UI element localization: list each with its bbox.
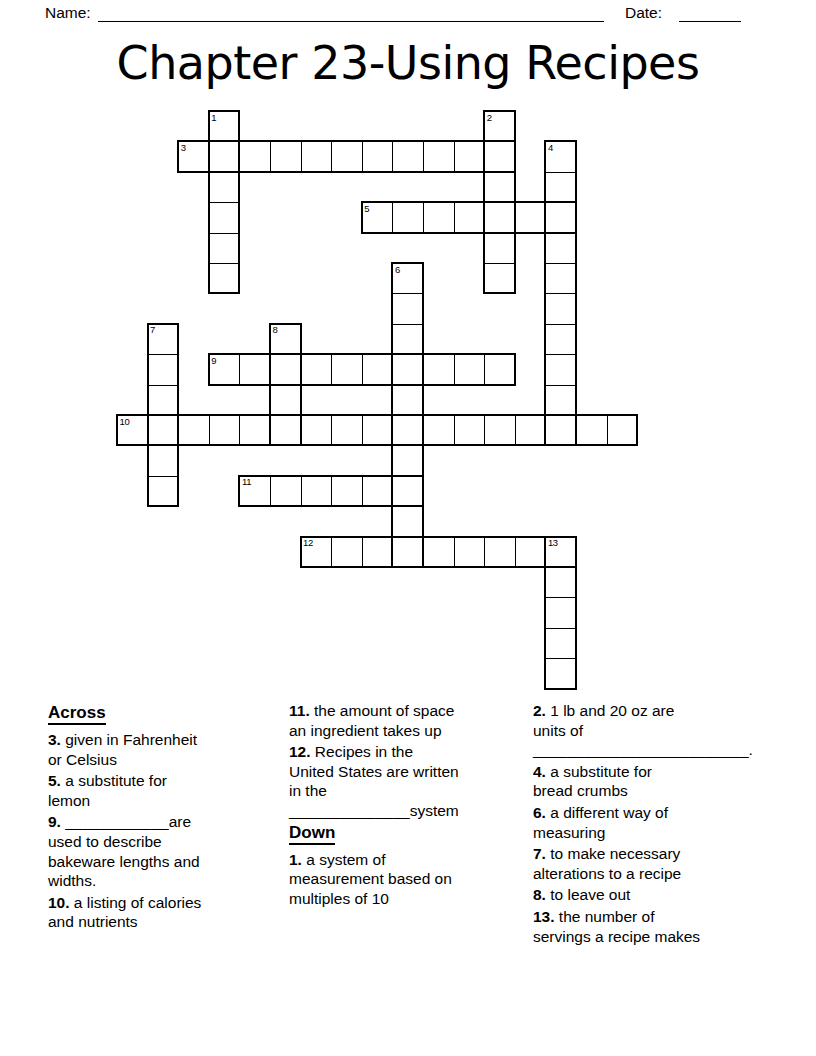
cell-number-12: 12 <box>303 538 313 548</box>
cell-divider <box>239 355 240 383</box>
word-3-across <box>177 140 516 172</box>
cell-divider <box>149 476 178 477</box>
cell-divider <box>546 658 575 659</box>
cell-divider <box>270 355 271 383</box>
cell-divider <box>209 416 210 444</box>
cell-divider <box>149 354 178 355</box>
word-11-across <box>238 475 424 507</box>
cell-divider <box>576 416 577 444</box>
clue-down-2: 2. 1 lb and 20 oz are units of _________… <box>533 701 765 760</box>
clue-across-10: 10. a listing of calories and nutrients <box>48 893 268 932</box>
cell-number-8: 8 <box>273 325 278 335</box>
cell-divider <box>546 628 575 629</box>
cell-number-7: 7 <box>150 325 155 335</box>
word-12-across <box>300 536 577 568</box>
cell-divider <box>423 538 424 566</box>
cell-divider <box>301 416 302 444</box>
cell-number-13: 13 <box>548 538 558 548</box>
clue-across-11: 11. the amount of space an ingredient ta… <box>289 701 535 740</box>
cell-divider <box>545 203 546 231</box>
clue-column-1: Across3. given in Fahrenheit or Celsius5… <box>48 701 268 934</box>
cell-divider <box>178 416 179 444</box>
clue-across-3: 3. given in Fahrenheit or Celsius <box>48 730 268 769</box>
worksheet-page: Name: Date: Chapter 23-Using Recipes 123… <box>0 0 816 1056</box>
clue-down-4: 4. a substitute for bread crumbs <box>533 762 765 801</box>
clue-down-1: 1. a system of measurement based on mult… <box>289 850 535 909</box>
clue-number: 7. <box>533 845 546 862</box>
clue-across-5: 5. a substitute for lemon <box>48 771 268 810</box>
clue-across-9: 9. ____________are used to describe bake… <box>48 812 268 890</box>
cell-number-10: 10 <box>120 417 130 427</box>
cell-number-6: 6 <box>395 265 400 275</box>
cell-divider <box>392 416 393 444</box>
cell-divider <box>331 477 332 505</box>
cell-divider <box>362 538 363 566</box>
clue-number: 3. <box>48 731 61 748</box>
cell-divider <box>209 142 210 170</box>
cell-divider <box>270 477 271 505</box>
word-13-down <box>544 536 577 690</box>
cell-divider <box>484 203 485 231</box>
down-heading-text: Down <box>289 823 335 845</box>
cell-divider <box>331 142 332 170</box>
cell-number-3: 3 <box>181 143 186 153</box>
cell-divider <box>239 142 240 170</box>
cell-divider <box>454 538 455 566</box>
cell-divider <box>454 416 455 444</box>
clue-number: 11. <box>289 702 310 719</box>
cell-divider <box>331 538 332 566</box>
word-4-down <box>544 140 577 446</box>
word-9-across <box>208 353 516 385</box>
cell-divider <box>301 477 302 505</box>
cell-divider <box>546 385 575 386</box>
cell-divider <box>392 355 393 383</box>
word-1-down <box>208 110 241 294</box>
cell-divider <box>515 203 516 231</box>
cell-divider <box>423 142 424 170</box>
cell-divider <box>392 477 393 505</box>
cell-divider <box>362 477 363 505</box>
clue-number: 12. <box>289 743 311 760</box>
cell-divider <box>331 416 332 444</box>
cell-divider <box>546 324 575 325</box>
cell-divider <box>484 355 485 383</box>
cell-divider <box>515 416 516 444</box>
cell-divider <box>423 355 424 383</box>
cell-divider <box>546 263 575 264</box>
cell-divider <box>270 416 271 444</box>
cell-divider <box>515 538 516 566</box>
cell-divider <box>301 142 302 170</box>
cell-divider <box>392 142 393 170</box>
clue-number: 8. <box>533 886 546 903</box>
cell-divider <box>210 263 239 264</box>
clue-number: 6. <box>533 804 546 821</box>
cell-divider <box>392 203 393 231</box>
cell-number-4: 4 <box>548 143 553 153</box>
cell-divider <box>392 538 393 566</box>
cell-divider <box>362 355 363 383</box>
cell-divider <box>301 355 302 383</box>
cell-divider <box>210 202 239 203</box>
cell-divider <box>454 203 455 231</box>
cell-divider <box>362 142 363 170</box>
cell-divider <box>210 233 239 234</box>
clue-down-6: 6. a different way of measuring <box>533 803 765 842</box>
cell-divider <box>546 293 575 294</box>
cell-divider <box>484 416 485 444</box>
clue-number: 5. <box>48 772 61 789</box>
clue-column-3: 2. 1 lb and 20 oz are units of _________… <box>533 701 765 948</box>
cell-divider <box>148 416 149 444</box>
clue-number: 13. <box>533 908 555 925</box>
cell-divider <box>454 142 455 170</box>
clue-across-12: 12. Recipes in the United States are wri… <box>289 742 535 820</box>
cell-divider <box>393 324 422 325</box>
cell-divider <box>546 567 575 568</box>
cell-divider <box>484 142 485 170</box>
clue-number: 10. <box>48 894 70 911</box>
clue-down-13: 13. the number of servings a recipe make… <box>533 907 765 946</box>
cell-divider <box>485 263 514 264</box>
cell-number-5: 5 <box>364 204 369 214</box>
word-5-across <box>361 201 577 233</box>
clue-down-8: 8. to leave out <box>533 885 765 905</box>
cell-divider <box>484 538 485 566</box>
cell-number-9: 9 <box>211 356 216 366</box>
clue-number: 1. <box>289 851 302 868</box>
cell-divider <box>270 142 271 170</box>
cell-divider <box>546 172 575 173</box>
cell-divider <box>454 355 455 383</box>
cell-divider <box>423 203 424 231</box>
cell-divider <box>331 355 332 383</box>
cell-divider <box>149 385 178 386</box>
word-10-across <box>116 414 638 446</box>
clue-number: 4. <box>533 763 546 780</box>
cell-divider <box>607 416 608 444</box>
across-heading-text: Across <box>48 703 106 725</box>
cell-divider <box>546 354 575 355</box>
clue-number: 2. <box>533 702 546 719</box>
clue-down-7: 7. to make necessary alterations to a re… <box>533 844 765 883</box>
cell-number-11: 11 <box>242 477 251 487</box>
cell-divider <box>545 416 546 444</box>
across-heading: Across <box>48 703 268 725</box>
clue-number: 9. <box>48 813 61 830</box>
cell-divider <box>423 416 424 444</box>
cell-divider <box>546 597 575 598</box>
cell-divider <box>393 293 422 294</box>
cell-number-1: 1 <box>211 113 216 123</box>
cell-number-2: 2 <box>487 113 492 123</box>
clue-column-2: 11. the amount of space an ingredient ta… <box>289 701 535 910</box>
cell-divider <box>239 416 240 444</box>
cell-divider <box>362 416 363 444</box>
down-heading: Down <box>289 823 535 845</box>
